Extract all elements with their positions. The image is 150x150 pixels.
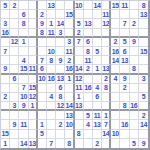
sudoku-cell-r7c1[interactable] — [1, 56, 10, 65]
sudoku-cell-r5c12[interactable] — [102, 38, 111, 47]
sudoku-cell-r12c8[interactable]: 14 — [65, 102, 74, 111]
sudoku-cell-r5c8[interactable]: 3 — [65, 38, 74, 47]
sudoku-cell-r15c12[interactable]: 14 — [102, 130, 111, 139]
sudoku-cell-r14c16[interactable]: 14 — [139, 120, 148, 129]
sudoku-cell-r12c3[interactable]: 9 — [19, 102, 28, 111]
sudoku-cell-r4c3[interactable] — [19, 29, 28, 38]
sudoku-cell-r9c4[interactable] — [29, 75, 38, 84]
sudoku-cell-r5c14[interactable]: 5 — [120, 38, 129, 47]
sudoku-cell-r11c8[interactable] — [65, 93, 74, 102]
sudoku-cell-r1c4[interactable] — [29, 1, 38, 10]
sudoku-cell-r4c2[interactable] — [10, 29, 19, 38]
sudoku-cell-r12c14[interactable]: 8 — [120, 102, 129, 111]
sudoku-cell-r5c11[interactable] — [93, 38, 102, 47]
sudoku-cell-r14c14[interactable]: 16 — [120, 120, 129, 129]
sudoku-cell-r14c15[interactable] — [130, 120, 139, 129]
sudoku-cell-r7c14[interactable]: 13 — [120, 56, 129, 65]
sudoku-cell-r1c15[interactable] — [130, 1, 139, 10]
sudoku-cell-r6c8[interactable]: 11 — [65, 47, 74, 56]
sudoku-cell-r16c16[interactable]: 9 — [139, 139, 148, 148]
sudoku-cell-r15c9[interactable]: 8 — [75, 130, 84, 139]
sudoku-cell-r2c3[interactable]: 6 — [19, 10, 28, 19]
sudoku-cell-r11c9[interactable]: 1 — [75, 93, 84, 102]
sudoku-cell-r7c8[interactable]: 2 — [65, 56, 74, 65]
sudoku-cell-r16c12[interactable] — [102, 139, 111, 148]
sudoku-cell-r3c9[interactable]: 5 — [75, 19, 84, 28]
sudoku-cell-r15c14[interactable] — [120, 130, 129, 139]
sudoku-cell-r11c7[interactable]: 8 — [56, 93, 65, 102]
sudoku-cell-r14c13[interactable] — [111, 120, 120, 129]
sudoku-cell-r16c15[interactable]: 5 — [130, 139, 139, 148]
sudoku-puzzle: 5213101415118621511133891145131272168113… — [0, 0, 150, 150]
sudoku-cell-r6c3[interactable] — [19, 47, 28, 56]
sudoku-cell-r3c10[interactable]: 13 — [84, 19, 93, 28]
sudoku-cell-r13c8[interactable]: 13 — [65, 111, 74, 120]
sudoku-cell-r8c7[interactable] — [56, 65, 65, 74]
sudoku-cell-r13c5[interactable] — [38, 111, 47, 120]
sudoku-cell-r14c2[interactable]: 9 — [10, 120, 19, 129]
sudoku-cell-r8c9[interactable]: 14 — [75, 65, 84, 74]
sudoku-cell-r4c6[interactable]: 11 — [47, 29, 56, 38]
sudoku-cell-r1c2[interactable]: 2 — [10, 1, 19, 10]
sudoku-cell-r6c5[interactable] — [38, 47, 47, 56]
sudoku-cell-r9c8[interactable]: 1 — [65, 75, 74, 84]
sudoku-cell-r9c9[interactable]: 12 — [75, 75, 84, 84]
sudoku-cell-r8c11[interactable]: 1 — [93, 65, 102, 74]
sudoku-cell-r12c15[interactable]: 16 — [130, 102, 139, 111]
sudoku-cell-r12c4[interactable]: 1 — [29, 102, 38, 111]
sudoku-cell-r7c4[interactable] — [29, 56, 38, 65]
sudoku-cell-r10c9[interactable]: 11 — [75, 84, 84, 93]
sudoku-cell-r4c13[interactable] — [111, 29, 120, 38]
sudoku-cell-r6c13[interactable]: 16 — [111, 47, 120, 56]
sudoku-cell-r13c15[interactable] — [130, 111, 139, 120]
sudoku-cell-r15c6[interactable] — [47, 130, 56, 139]
sudoku-cell-r14c1[interactable] — [1, 120, 10, 129]
sudoku-cell-r16c7[interactable] — [56, 139, 65, 148]
sudoku-cell-r13c16[interactable]: 2 — [139, 111, 148, 120]
sudoku-cell-r3c1[interactable]: 3 — [1, 19, 10, 28]
sudoku-cell-r7c12[interactable] — [102, 56, 111, 65]
sudoku-cell-r13c6[interactable] — [47, 111, 56, 120]
sudoku-cell-r3c15[interactable]: 2 — [130, 19, 139, 28]
sudoku-cell-r7c9[interactable] — [75, 56, 84, 65]
sudoku-cell-r2c4[interactable] — [29, 10, 38, 19]
sudoku-cell-r16c3[interactable]: 14 — [19, 139, 28, 148]
sudoku-cell-r7c5[interactable]: 7 — [38, 56, 47, 65]
sudoku-cell-r12c12[interactable] — [102, 102, 111, 111]
sudoku-cell-r3c11[interactable] — [93, 19, 102, 28]
sudoku-cell-r2c6[interactable] — [47, 10, 56, 19]
sudoku-cell-r10c3[interactable]: 7 — [19, 84, 28, 93]
sudoku-cell-r5c10[interactable]: 6 — [84, 38, 93, 47]
sudoku-cell-r10c12[interactable]: 8 — [102, 84, 111, 93]
sudoku-cell-r11c12[interactable] — [102, 93, 111, 102]
sudoku-cell-r11c3[interactable]: 10 — [19, 93, 28, 102]
sudoku-cell-r10c11[interactable]: 4 — [93, 84, 102, 93]
sudoku-cell-r14c12[interactable]: 7 — [102, 120, 111, 129]
sudoku-cell-r5c9[interactable]: 7 — [75, 38, 84, 47]
sudoku-cell-r6c9[interactable] — [75, 47, 84, 56]
sudoku-cell-r4c7[interactable]: 3 — [56, 29, 65, 38]
sudoku-cell-r16c5[interactable] — [38, 139, 47, 148]
sudoku-cell-r3c13[interactable] — [111, 19, 120, 28]
sudoku-cell-r11c2[interactable] — [10, 93, 19, 102]
sudoku-cell-r12c9[interactable]: 13 — [75, 102, 84, 111]
sudoku-cell-r11c4[interactable]: 12 — [29, 93, 38, 102]
sudoku-cell-r9c2[interactable]: 6 — [10, 75, 19, 84]
sudoku-cell-r14c6[interactable] — [47, 120, 56, 129]
sudoku-cell-r5c6[interactable] — [47, 38, 56, 47]
sudoku-cell-r15c10[interactable] — [84, 130, 93, 139]
sudoku-cell-r4c5[interactable]: 8 — [38, 29, 47, 38]
sudoku-cell-r3c12[interactable]: 12 — [102, 19, 111, 28]
sudoku-cell-r11c11[interactable]: 6 — [93, 93, 102, 102]
sudoku-cell-r4c11[interactable] — [93, 29, 102, 38]
sudoku-cell-r14c7[interactable]: 2 — [56, 120, 65, 129]
sudoku-cell-r10c2[interactable] — [10, 84, 19, 93]
sudoku-cell-r7c13[interactable]: 14 — [111, 56, 120, 65]
sudoku-cell-r13c13[interactable] — [111, 111, 120, 120]
sudoku-cell-r8c2[interactable] — [10, 65, 19, 74]
sudoku-cell-r1c7[interactable] — [56, 1, 65, 10]
sudoku-cell-r16c6[interactable]: 7 — [47, 139, 56, 148]
sudoku-cell-r11c10[interactable] — [84, 93, 93, 102]
sudoku-cell-r13c4[interactable] — [29, 111, 38, 120]
sudoku-cell-r13c2[interactable] — [10, 111, 19, 120]
sudoku-cell-r2c8[interactable]: 15 — [65, 10, 74, 19]
sudoku-cell-r6c12[interactable] — [102, 47, 111, 56]
sudoku-cell-r6c2[interactable] — [10, 47, 19, 56]
sudoku-cell-r14c4[interactable] — [29, 120, 38, 129]
sudoku-cell-r4c4[interactable] — [29, 29, 38, 38]
sudoku-cell-r5c1[interactable] — [1, 38, 10, 47]
sudoku-cell-r2c15[interactable] — [130, 10, 139, 19]
sudoku-cell-r6c7[interactable] — [56, 47, 65, 56]
sudoku-cell-r15c11[interactable] — [93, 130, 102, 139]
sudoku-cell-r4c14[interactable] — [120, 29, 129, 38]
sudoku-cell-r4c16[interactable] — [139, 29, 148, 38]
sudoku-cell-r2c2[interactable] — [10, 10, 19, 19]
sudoku-cell-r10c16[interactable] — [139, 84, 148, 93]
sudoku-cell-r10c14[interactable]: 2 — [120, 84, 129, 93]
sudoku-cell-r10c4[interactable]: 15 — [29, 84, 38, 93]
sudoku-cell-r2c7[interactable] — [56, 10, 65, 19]
sudoku-cell-r16c13[interactable] — [111, 139, 120, 148]
sudoku-cell-r4c12[interactable] — [102, 29, 111, 38]
sudoku-cell-r14c10[interactable]: 4 — [84, 120, 93, 129]
sudoku-cell-r7c6[interactable]: 8 — [47, 56, 56, 65]
sudoku-cell-r7c10[interactable]: 11 — [84, 56, 93, 65]
sudoku-cell-r1c11[interactable]: 14 — [93, 1, 102, 10]
sudoku-cell-r8c12[interactable]: 13 — [102, 65, 111, 74]
sudoku-cell-r1c10[interactable] — [84, 1, 93, 10]
sudoku-cell-r13c11[interactable]: 11 — [93, 111, 102, 120]
sudoku-cell-r9c16[interactable]: 3 — [139, 75, 148, 84]
sudoku-cell-r4c8[interactable] — [65, 29, 74, 38]
sudoku-cell-r9c10[interactable] — [84, 75, 93, 84]
sudoku-cell-r6c10[interactable]: 8 — [84, 47, 93, 56]
sudoku-cell-r2c16[interactable]: 13 — [139, 10, 148, 19]
sudoku-cell-r5c4[interactable] — [29, 38, 38, 47]
sudoku-cell-r11c15[interactable] — [130, 93, 139, 102]
sudoku-cell-r4c15[interactable] — [130, 29, 139, 38]
sudoku-cell-r10c1[interactable] — [1, 84, 10, 93]
sudoku-cell-r6c4[interactable] — [29, 47, 38, 56]
sudoku-cell-r8c5[interactable]: 6 — [38, 65, 47, 74]
sudoku-cell-r10c15[interactable] — [130, 84, 139, 93]
sudoku-cell-r12c1[interactable] — [1, 102, 10, 111]
sudoku-cell-r13c14[interactable] — [120, 111, 129, 120]
sudoku-cell-r7c16[interactable] — [139, 56, 148, 65]
sudoku-cell-r1c5[interactable] — [38, 1, 47, 10]
sudoku-cell-r9c3[interactable] — [19, 75, 28, 84]
sudoku-cell-r8c10[interactable]: 2 — [84, 65, 93, 74]
sudoku-cell-r1c3[interactable] — [19, 1, 28, 10]
sudoku-cell-r14c8[interactable]: 10 — [65, 120, 74, 129]
sudoku-cell-r9c15[interactable] — [130, 75, 139, 84]
sudoku-cell-r1c16[interactable]: 8 — [139, 1, 148, 10]
sudoku-cell-r2c5[interactable]: 2 — [38, 10, 47, 19]
sudoku-cell-r16c4[interactable]: 13 — [29, 139, 38, 148]
sudoku-cell-r7c11[interactable] — [93, 56, 102, 65]
sudoku-cell-r2c11[interactable] — [93, 10, 102, 19]
sudoku-cell-r1c8[interactable] — [65, 1, 74, 10]
sudoku-cell-r15c7[interactable] — [56, 130, 65, 139]
sudoku-cell-r3c16[interactable] — [139, 19, 148, 28]
sudoku-cell-r2c1[interactable] — [1, 10, 10, 19]
sudoku-cell-r15c13[interactable]: 10 — [111, 130, 120, 139]
sudoku-cell-r12c11[interactable] — [93, 102, 102, 111]
sudoku-cell-r13c10[interactable]: 5 — [84, 111, 93, 120]
sudoku-cell-r12c5[interactable] — [38, 102, 47, 111]
sudoku-cell-r5c2[interactable]: 12 — [10, 38, 19, 47]
sudoku-cell-r1c14[interactable]: 11 — [120, 1, 129, 10]
sudoku-cell-r2c9[interactable] — [75, 10, 84, 19]
sudoku-cell-r5c5[interactable] — [38, 38, 47, 47]
sudoku-cell-r6c1[interactable]: 7 — [1, 47, 10, 56]
sudoku-cell-r16c2[interactable] — [10, 139, 19, 148]
sudoku-cell-r10c5[interactable] — [38, 84, 47, 93]
sudoku-cell-r1c1[interactable]: 5 — [1, 1, 10, 10]
sudoku-cell-r6c14[interactable]: 6 — [120, 47, 129, 56]
sudoku-cell-r8c4[interactable]: 11 — [29, 65, 38, 74]
sudoku-cell-r10c13[interactable] — [111, 84, 120, 93]
sudoku-cell-r9c12[interactable]: 2 — [102, 75, 111, 84]
sudoku-cell-r11c14[interactable] — [120, 93, 129, 102]
sudoku-cell-r16c10[interactable] — [84, 139, 93, 148]
sudoku-cell-r15c5[interactable]: 5 — [38, 130, 47, 139]
sudoku-cell-r15c15[interactable] — [130, 130, 139, 139]
sudoku-cell-r9c11[interactable] — [93, 75, 102, 84]
sudoku-cell-r8c1[interactable]: 9 — [1, 65, 10, 74]
sudoku-cell-r16c8[interactable]: 8 — [65, 139, 74, 148]
sudoku-cell-r10c7[interactable]: 6 — [56, 84, 65, 93]
sudoku-cell-r3c2[interactable] — [10, 19, 19, 28]
sudoku-cell-r10c6[interactable] — [47, 84, 56, 93]
sudoku-cell-r15c16[interactable] — [139, 130, 148, 139]
sudoku-cell-r13c9[interactable] — [75, 111, 84, 120]
sudoku-cell-r12c13[interactable] — [111, 102, 120, 111]
sudoku-cell-r3c14[interactable]: 7 — [120, 19, 129, 28]
sudoku-cell-r15c2[interactable] — [10, 130, 19, 139]
sudoku-cell-r3c8[interactable] — [65, 19, 74, 28]
sudoku-cell-r8c15[interactable]: 8 — [130, 65, 139, 74]
sudoku-cell-r2c13[interactable] — [111, 10, 120, 19]
sudoku-cell-r12c10[interactable] — [84, 102, 93, 111]
sudoku-cell-r3c6[interactable]: 1 — [47, 19, 56, 28]
sudoku-cell-r3c4[interactable] — [29, 19, 38, 28]
sudoku-cell-r14c9[interactable] — [75, 120, 84, 129]
sudoku-cell-r8c8[interactable]: 16 — [65, 65, 74, 74]
sudoku-cell-r7c15[interactable] — [130, 56, 139, 65]
sudoku-cell-r3c5[interactable]: 9 — [38, 19, 47, 28]
sudoku-cell-r9c13[interactable]: 4 — [111, 75, 120, 84]
sudoku-cell-r11c13[interactable] — [111, 93, 120, 102]
sudoku-cell-r14c11[interactable]: 13 — [93, 120, 102, 129]
sudoku-cell-r4c10[interactable] — [84, 29, 93, 38]
sudoku-cell-r11c16[interactable]: 5 — [139, 93, 148, 102]
sudoku-cell-r5c16[interactable] — [139, 38, 148, 47]
sudoku-cell-r8c6[interactable] — [47, 65, 56, 74]
sudoku-cell-r2c10[interactable] — [84, 10, 93, 19]
sudoku-cell-r16c9[interactable] — [75, 139, 84, 148]
sudoku-cell-r15c3[interactable] — [19, 130, 28, 139]
sudoku-cell-r14c5[interactable]: 1 — [38, 120, 47, 129]
sudoku-cell-r8c16[interactable] — [139, 65, 148, 74]
sudoku-cell-r14c3[interactable]: 11 — [19, 120, 28, 129]
sudoku-cell-r16c14[interactable] — [120, 139, 129, 148]
sudoku-cell-r12c6[interactable] — [47, 102, 56, 111]
sudoku-cell-r7c2[interactable] — [10, 56, 19, 65]
sudoku-cell-r12c7[interactable]: 12 — [56, 102, 65, 111]
sudoku-cell-r12c16[interactable] — [139, 102, 148, 111]
sudoku-cell-r9c7[interactable]: 13 — [56, 75, 65, 84]
sudoku-cell-r1c6[interactable]: 13 — [47, 1, 56, 10]
sudoku-cell-r4c9[interactable]: 2 — [75, 29, 84, 38]
sudoku-cell-r13c12[interactable]: 1 — [102, 111, 111, 120]
sudoku-cell-r6c6[interactable]: 10 — [47, 47, 56, 56]
sudoku-cell-r13c7[interactable] — [56, 111, 65, 120]
sudoku-cell-r1c9[interactable]: 10 — [75, 1, 84, 10]
sudoku-board: 5213101415118621511133891145131272168113… — [0, 0, 150, 150]
sudoku-cell-r7c7[interactable]: 9 — [56, 56, 65, 65]
sudoku-cell-r7c3[interactable]: 4 — [19, 56, 28, 65]
sudoku-cell-r10c8[interactable] — [65, 84, 74, 93]
sudoku-cell-r15c8[interactable] — [65, 130, 74, 139]
sudoku-cell-r5c7[interactable] — [56, 38, 65, 47]
sudoku-cell-r5c15[interactable]: 9 — [130, 38, 139, 47]
sudoku-cell-r10c10[interactable]: 16 — [84, 84, 93, 93]
sudoku-cell-r12c2[interactable]: 3 — [10, 102, 19, 111]
sudoku-cell-r16c1[interactable]: 1 — [1, 139, 10, 148]
sudoku-cell-r11c6[interactable]: 4 — [47, 93, 56, 102]
sudoku-cell-r15c4[interactable] — [29, 130, 38, 139]
sudoku-cell-r6c16[interactable]: 15 — [139, 47, 148, 56]
sudoku-cell-r8c14[interactable] — [120, 65, 129, 74]
sudoku-cell-r3c3[interactable]: 8 — [19, 19, 28, 28]
sudoku-cell-r6c15[interactable] — [130, 47, 139, 56]
sudoku-cell-r9c14[interactable]: 9 — [120, 75, 129, 84]
sudoku-cell-r6c11[interactable]: 5 — [93, 47, 102, 56]
sudoku-cell-r9c1[interactable] — [1, 75, 10, 84]
sudoku-cell-r4c1[interactable]: 16 — [1, 29, 10, 38]
sudoku-cell-r16c11[interactable]: 2 — [93, 139, 102, 148]
sudoku-cell-r2c12[interactable]: 11 — [102, 10, 111, 19]
sudoku-cell-r8c13[interactable] — [111, 65, 120, 74]
sudoku-cell-r1c13[interactable]: 15 — [111, 1, 120, 10]
sudoku-cell-r2c14[interactable] — [120, 10, 129, 19]
sudoku-cell-r5c3[interactable]: 1 — [19, 38, 28, 47]
sudoku-cell-r1c12[interactable] — [102, 1, 111, 10]
sudoku-cell-r3c7[interactable]: 14 — [56, 19, 65, 28]
sudoku-cell-r9c5[interactable]: 10 — [38, 75, 47, 84]
sudoku-cell-r11c5[interactable] — [38, 93, 47, 102]
sudoku-cell-r15c1[interactable]: 15 — [1, 130, 10, 139]
sudoku-cell-r8c3[interactable]: 15 — [19, 65, 28, 74]
sudoku-cell-r11c1[interactable]: 2 — [1, 93, 10, 102]
sudoku-cell-r5c13[interactable]: 2 — [111, 38, 120, 47]
sudoku-cell-r13c3[interactable] — [19, 111, 28, 120]
sudoku-cell-r9c6[interactable]: 16 — [47, 75, 56, 84]
sudoku-cell-r13c1[interactable] — [1, 111, 10, 120]
